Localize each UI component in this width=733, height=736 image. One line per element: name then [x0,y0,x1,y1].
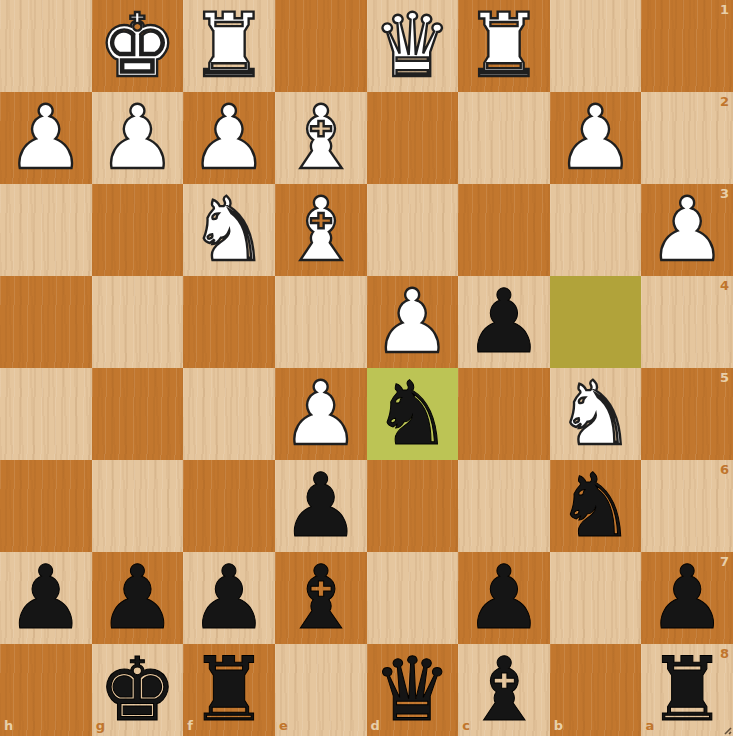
square-h5[interactable] [0,368,92,460]
black-queen-piece[interactable]: ♛ [367,644,459,736]
white-pawn-piece[interactable]: ♟ [641,184,733,276]
square-h4[interactable] [0,276,92,368]
square-e8[interactable]: e [275,644,367,736]
white-pawn-piece[interactable]: ♟ [550,92,642,184]
white-pawn-piece[interactable]: ♟ [367,276,459,368]
black-pawn-piece[interactable]: ♟ [641,552,733,644]
square-h8[interactable]: h [0,644,92,736]
square-c4[interactable]: ♟ [458,276,550,368]
square-b1[interactable] [550,0,642,92]
black-pawn-piece[interactable]: ♟ [183,552,275,644]
square-d6[interactable] [367,460,459,552]
file-label-e: e [279,719,288,732]
square-g1[interactable]: ♚ [92,0,184,92]
square-b8[interactable]: b [550,644,642,736]
white-knight-piece[interactable]: ♞ [183,184,275,276]
square-b3[interactable] [550,184,642,276]
rank-label-2: 2 [720,95,729,108]
square-g2[interactable]: ♟ [92,92,184,184]
square-h7[interactable]: ♟ [0,552,92,644]
square-e3[interactable]: ♝ [275,184,367,276]
file-label-b: b [554,719,563,732]
square-a1[interactable]: 1 [641,0,733,92]
square-b6[interactable]: ♞ [550,460,642,552]
rank-label-6: 6 [720,463,729,476]
white-bishop-piece[interactable]: ♝ [275,184,367,276]
white-rook-piece[interactable]: ♜ [458,0,550,92]
white-pawn-piece[interactable]: ♟ [0,92,92,184]
square-c8[interactable]: ♝c [458,644,550,736]
white-knight-piece[interactable]: ♞ [550,368,642,460]
white-pawn-piece[interactable]: ♟ [183,92,275,184]
black-bishop-piece[interactable]: ♝ [275,552,367,644]
white-pawn-piece[interactable]: ♟ [275,368,367,460]
black-knight-piece[interactable]: ♞ [550,460,642,552]
rank-label-5: 5 [720,371,729,384]
black-pawn-piece[interactable]: ♟ [458,276,550,368]
square-a5[interactable]: 5 [641,368,733,460]
square-f3[interactable]: ♞ [183,184,275,276]
square-c5[interactable] [458,368,550,460]
black-pawn-piece[interactable]: ♟ [275,460,367,552]
square-a3[interactable]: ♟3 [641,184,733,276]
square-h2[interactable]: ♟ [0,92,92,184]
square-c7[interactable]: ♟ [458,552,550,644]
black-pawn-piece[interactable]: ♟ [92,552,184,644]
square-a2[interactable]: 2 [641,92,733,184]
file-label-h: h [4,719,13,732]
square-g8[interactable]: ♚g [92,644,184,736]
square-d5[interactable]: ♞ [367,368,459,460]
black-king-piece[interactable]: ♚ [92,644,184,736]
white-bishop-piece[interactable]: ♝ [275,92,367,184]
square-g4[interactable] [92,276,184,368]
square-h1[interactable] [0,0,92,92]
board-resize-handle[interactable] [716,719,732,735]
square-c3[interactable] [458,184,550,276]
square-a7[interactable]: ♟7 [641,552,733,644]
square-d4[interactable]: ♟ [367,276,459,368]
chess-board: ♚♜♛♜1♟♟♟♝♟2♞♝♟3♟♟4♟♞♞5♟♞6♟♟♟♝♟♟7h♚g♜fe♛d… [0,0,733,736]
black-pawn-piece[interactable]: ♟ [458,552,550,644]
square-e7[interactable]: ♝ [275,552,367,644]
square-e6[interactable]: ♟ [275,460,367,552]
square-e1[interactable] [275,0,367,92]
square-f8[interactable]: ♜f [183,644,275,736]
square-c2[interactable] [458,92,550,184]
square-g3[interactable] [92,184,184,276]
square-a4[interactable]: 4 [641,276,733,368]
square-g6[interactable] [92,460,184,552]
square-d7[interactable] [367,552,459,644]
square-e5[interactable]: ♟ [275,368,367,460]
square-f5[interactable] [183,368,275,460]
black-rook-piece[interactable]: ♜ [183,644,275,736]
square-e4[interactable] [275,276,367,368]
square-f2[interactable]: ♟ [183,92,275,184]
square-h3[interactable] [0,184,92,276]
chess-board-container: ♚♜♛♜1♟♟♟♝♟2♞♝♟3♟♟4♟♞♞5♟♞6♟♟♟♝♟♟7h♚g♜fe♛d… [0,0,733,736]
square-f4[interactable] [183,276,275,368]
square-f1[interactable]: ♜ [183,0,275,92]
square-a6[interactable]: 6 [641,460,733,552]
black-knight-piece[interactable]: ♞ [367,368,459,460]
square-g7[interactable]: ♟ [92,552,184,644]
square-c1[interactable]: ♜ [458,0,550,92]
square-f7[interactable]: ♟ [183,552,275,644]
square-b5[interactable]: ♞ [550,368,642,460]
white-rook-piece[interactable]: ♜ [183,0,275,92]
square-e2[interactable]: ♝ [275,92,367,184]
white-queen-piece[interactable]: ♛ [367,0,459,92]
square-b2[interactable]: ♟ [550,92,642,184]
black-pawn-piece[interactable]: ♟ [0,552,92,644]
square-b4[interactable] [550,276,642,368]
square-g5[interactable] [92,368,184,460]
black-bishop-piece[interactable]: ♝ [458,644,550,736]
white-pawn-piece[interactable]: ♟ [92,92,184,184]
square-f6[interactable] [183,460,275,552]
rank-label-1: 1 [720,3,729,16]
square-h6[interactable] [0,460,92,552]
white-king-piece[interactable]: ♚ [92,0,184,92]
square-d3[interactable] [367,184,459,276]
square-d1[interactable]: ♛ [367,0,459,92]
square-c6[interactable] [458,460,550,552]
square-d2[interactable] [367,92,459,184]
square-b7[interactable] [550,552,642,644]
square-d8[interactable]: ♛d [367,644,459,736]
